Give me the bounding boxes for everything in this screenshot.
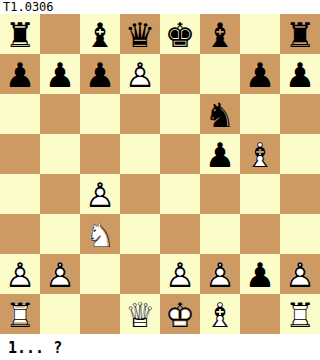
square-e4[interactable] [160,174,200,214]
piece-black-rook: ♜ [0,14,40,54]
square-a4[interactable] [0,174,40,214]
piece-white-pawn: ♟♙ [40,254,80,294]
square-e1[interactable]: ♚♔ [160,294,200,334]
square-c4[interactable]: ♟♙ [80,174,120,214]
square-d2[interactable] [120,254,160,294]
square-c2[interactable] [80,254,120,294]
square-e8[interactable]: ♚ [160,14,200,54]
square-d5[interactable] [120,134,160,174]
square-b3[interactable] [40,214,80,254]
square-f1[interactable]: ♝♗ [200,294,240,334]
square-f6[interactable]: ♞ [200,94,240,134]
square-c7[interactable]: ♟ [80,54,120,94]
square-a8[interactable]: ♜ [0,14,40,54]
square-a1[interactable]: ♜♖ [0,294,40,334]
piece-black-knight: ♞ [200,94,240,134]
piece-white-queen: ♛♕ [120,294,160,334]
square-g8[interactable] [240,14,280,54]
square-h5[interactable] [280,134,320,174]
square-d8[interactable]: ♛ [120,14,160,54]
square-g2[interactable]: ♟ [240,254,280,294]
square-e2[interactable]: ♟♙ [160,254,200,294]
piece-white-pawn: ♟♙ [160,254,200,294]
piece-white-rook: ♜♖ [280,294,320,334]
square-a5[interactable] [0,134,40,174]
square-f5[interactable]: ♟ [200,134,240,174]
square-f2[interactable]: ♟♙ [200,254,240,294]
square-h4[interactable] [280,174,320,214]
piece-white-knight: ♞♘ [80,214,120,254]
square-b6[interactable] [40,94,80,134]
square-c1[interactable] [80,294,120,334]
square-d6[interactable] [120,94,160,134]
piece-black-rook: ♜ [280,14,320,54]
square-h1[interactable]: ♜♖ [280,294,320,334]
square-b2[interactable]: ♟♙ [40,254,80,294]
square-a7[interactable]: ♟ [0,54,40,94]
piece-white-king: ♚♔ [160,294,200,334]
square-e3[interactable] [160,214,200,254]
square-e7[interactable] [160,54,200,94]
piece-white-rook: ♜♖ [0,294,40,334]
piece-white-bishop: ♝♗ [240,134,280,174]
square-d1[interactable]: ♛♕ [120,294,160,334]
square-d7[interactable]: ♟♙ [120,54,160,94]
piece-black-pawn: ♟ [240,54,280,94]
square-f8[interactable]: ♝ [200,14,240,54]
chess-board: ♜♝♛♚♝♜♟♟♟♟♙♟♟♞♟♝♗♟♙♞♘♟♙♟♙♟♙♟♙♟♟♙♜♖♛♕♚♔♝♗… [0,14,320,334]
square-d4[interactable] [120,174,160,214]
piece-black-pawn: ♟ [240,254,280,294]
square-e5[interactable] [160,134,200,174]
piece-white-pawn: ♟♙ [0,254,40,294]
square-h2[interactable]: ♟♙ [280,254,320,294]
square-f3[interactable] [200,214,240,254]
square-h8[interactable]: ♜ [280,14,320,54]
square-b1[interactable] [40,294,80,334]
piece-black-pawn: ♟ [280,54,320,94]
piece-white-pawn: ♟♙ [280,254,320,294]
square-g5[interactable]: ♝♗ [240,134,280,174]
piece-black-pawn: ♟ [0,54,40,94]
puzzle-page: T1.0306 ♜♝♛♚♝♜♟♟♟♟♙♟♟♞♟♝♗♟♙♞♘♟♙♟♙♟♙♟♙♟♟♙… [0,0,320,360]
square-f4[interactable] [200,174,240,214]
square-g3[interactable] [240,214,280,254]
piece-white-pawn: ♟♙ [120,54,160,94]
square-b5[interactable] [40,134,80,174]
puzzle-id: T1.0306 [0,0,320,14]
square-c5[interactable] [80,134,120,174]
square-h3[interactable] [280,214,320,254]
square-e6[interactable] [160,94,200,134]
square-b7[interactable]: ♟ [40,54,80,94]
square-c3[interactable]: ♞♘ [80,214,120,254]
square-g1[interactable] [240,294,280,334]
piece-black-bishop: ♝ [200,14,240,54]
piece-black-queen: ♛ [120,14,160,54]
square-g7[interactable]: ♟ [240,54,280,94]
square-f7[interactable] [200,54,240,94]
square-d3[interactable] [120,214,160,254]
piece-black-king: ♚ [160,14,200,54]
piece-black-pawn: ♟ [200,134,240,174]
square-c8[interactable]: ♝ [80,14,120,54]
square-c6[interactable] [80,94,120,134]
square-a2[interactable]: ♟♙ [0,254,40,294]
piece-black-bishop: ♝ [80,14,120,54]
square-g6[interactable] [240,94,280,134]
square-h6[interactable] [280,94,320,134]
square-a3[interactable] [0,214,40,254]
square-h7[interactable]: ♟ [280,54,320,94]
piece-white-pawn: ♟♙ [200,254,240,294]
piece-black-pawn: ♟ [40,54,80,94]
move-prompt: 1... ? [0,334,320,360]
piece-white-bishop: ♝♗ [200,294,240,334]
square-g4[interactable] [240,174,280,214]
piece-white-pawn: ♟♙ [80,174,120,214]
square-b4[interactable] [40,174,80,214]
square-a6[interactable] [0,94,40,134]
piece-black-pawn: ♟ [80,54,120,94]
square-b8[interactable] [40,14,80,54]
